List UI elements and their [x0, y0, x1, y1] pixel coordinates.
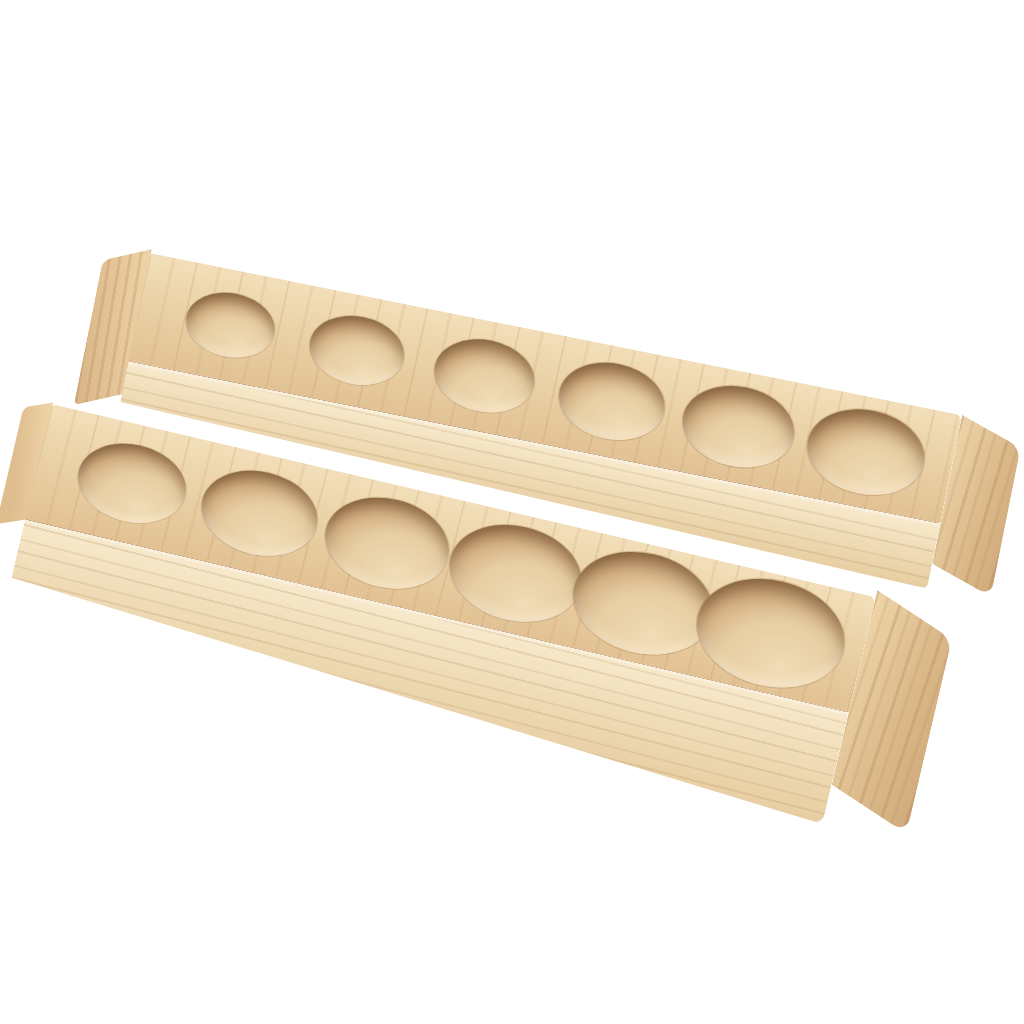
pit-front-1[interactable] — [70, 433, 194, 533]
pit-front-3[interactable] — [316, 486, 458, 601]
pit-front-5[interactable] — [563, 538, 724, 668]
pit-back-2[interactable] — [304, 308, 411, 393]
pit-back-6[interactable] — [800, 399, 932, 504]
pit-back-3[interactable] — [428, 331, 541, 421]
pit-front-2[interactable] — [193, 459, 326, 567]
pit-back-4[interactable] — [552, 354, 671, 449]
pit-back-1[interactable] — [180, 285, 280, 365]
mancala-board — [0, 0, 1024, 1024]
pit-back-5[interactable] — [676, 377, 802, 477]
product-photo-stage — [0, 0, 1024, 1024]
pit-front-4[interactable] — [440, 512, 591, 634]
